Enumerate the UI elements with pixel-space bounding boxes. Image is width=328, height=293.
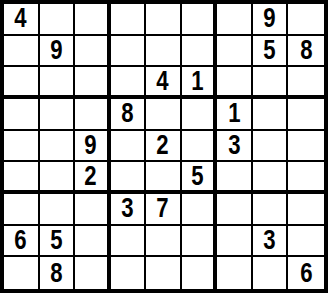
given-digit: 8 [300, 37, 312, 64]
cell-r6c8[interactable] [253, 162, 289, 194]
given-digit: 9 [85, 132, 97, 159]
given-digit: 3 [121, 195, 133, 222]
given-digit: 5 [191, 163, 203, 190]
cell-r6c2[interactable] [40, 162, 76, 194]
cell-r8c4[interactable] [111, 226, 147, 258]
cell-r3c6[interactable]: 1 [182, 67, 218, 99]
cell-r5c3[interactable]: 9 [75, 131, 111, 163]
given-digit: 3 [228, 132, 240, 159]
cell-r6c1[interactable] [4, 162, 40, 194]
cell-r4c3[interactable] [75, 99, 111, 131]
cell-r8c3[interactable] [75, 226, 111, 258]
given-digit: 4 [157, 68, 169, 95]
given-digit: 5 [263, 37, 275, 64]
cell-r6c9[interactable] [288, 162, 324, 194]
cell-r4c5[interactable] [146, 99, 182, 131]
given-digit: 6 [15, 227, 27, 254]
cell-r9c9[interactable]: 6 [288, 257, 324, 289]
given-digit: 6 [300, 260, 312, 287]
cell-r4c7[interactable]: 1 [217, 99, 253, 131]
given-digit: 7 [157, 195, 169, 222]
cell-r6c3[interactable]: 2 [75, 162, 111, 194]
cell-r6c7[interactable] [217, 162, 253, 194]
cell-r2c3[interactable] [75, 36, 111, 68]
cell-r1c4[interactable] [111, 4, 147, 36]
sudoku-board: 499584181923253765386 [0, 0, 328, 293]
cell-r5c9[interactable] [288, 131, 324, 163]
cell-r9c3[interactable] [75, 257, 111, 289]
cell-r5c5[interactable]: 2 [146, 131, 182, 163]
cell-r7c1[interactable] [4, 194, 40, 226]
cell-r3c5[interactable]: 4 [146, 67, 182, 99]
cell-r2c1[interactable] [4, 36, 40, 68]
cell-r2c6[interactable] [182, 36, 218, 68]
cell-r7c3[interactable] [75, 194, 111, 226]
cell-r1c5[interactable] [146, 4, 182, 36]
cell-r5c2[interactable] [40, 131, 76, 163]
cell-r1c7[interactable] [217, 4, 253, 36]
cell-r7c8[interactable] [253, 194, 289, 226]
given-digit: 8 [121, 100, 133, 127]
cell-r6c6[interactable]: 5 [182, 162, 218, 194]
cell-r8c7[interactable] [217, 226, 253, 258]
given-digit: 9 [263, 5, 275, 32]
cell-r5c8[interactable] [253, 131, 289, 163]
given-digit: 2 [157, 132, 169, 159]
given-digit: 8 [50, 260, 62, 287]
cell-r5c6[interactable] [182, 131, 218, 163]
cell-r5c7[interactable]: 3 [217, 131, 253, 163]
cell-r1c6[interactable] [182, 4, 218, 36]
cell-r4c8[interactable] [253, 99, 289, 131]
cell-r9c7[interactable] [217, 257, 253, 289]
cell-r9c1[interactable] [4, 257, 40, 289]
cell-r8c1[interactable]: 6 [4, 226, 40, 258]
cell-r3c1[interactable] [4, 67, 40, 99]
given-digit: 2 [85, 163, 97, 190]
cell-r3c2[interactable] [40, 67, 76, 99]
cell-r8c5[interactable] [146, 226, 182, 258]
cell-r9c6[interactable] [182, 257, 218, 289]
cell-r3c7[interactable] [217, 67, 253, 99]
cell-r8c8[interactable]: 3 [253, 226, 289, 258]
cell-r2c5[interactable] [146, 36, 182, 68]
cell-r3c4[interactable] [111, 67, 147, 99]
cell-r6c4[interactable] [111, 162, 147, 194]
cell-r7c2[interactable] [40, 194, 76, 226]
cell-r5c4[interactable] [111, 131, 147, 163]
cell-r2c9[interactable]: 8 [288, 36, 324, 68]
cell-r2c4[interactable] [111, 36, 147, 68]
cell-r4c4[interactable]: 8 [111, 99, 147, 131]
cell-r1c3[interactable] [75, 4, 111, 36]
cell-r3c3[interactable] [75, 67, 111, 99]
cell-r1c9[interactable] [288, 4, 324, 36]
given-digit: 3 [263, 227, 275, 254]
cell-r3c8[interactable] [253, 67, 289, 99]
cell-r2c2[interactable]: 9 [40, 36, 76, 68]
cell-r7c5[interactable]: 7 [146, 194, 182, 226]
cell-r9c2[interactable]: 8 [40, 257, 76, 289]
cell-r1c8[interactable]: 9 [253, 4, 289, 36]
cell-r9c8[interactable] [253, 257, 289, 289]
cell-r1c1[interactable]: 4 [4, 4, 40, 36]
cell-r3c9[interactable] [288, 67, 324, 99]
given-digit: 9 [50, 37, 62, 64]
cell-r2c7[interactable] [217, 36, 253, 68]
cell-r1c2[interactable] [40, 4, 76, 36]
given-digit: 4 [15, 5, 27, 32]
cell-r7c6[interactable] [182, 194, 218, 226]
cell-r8c6[interactable] [182, 226, 218, 258]
cell-r4c1[interactable] [4, 99, 40, 131]
cell-r5c1[interactable] [4, 131, 40, 163]
cell-r8c2[interactable]: 5 [40, 226, 76, 258]
cell-r2c8[interactable]: 5 [253, 36, 289, 68]
given-digit: 5 [50, 227, 62, 254]
cell-r4c2[interactable] [40, 99, 76, 131]
cell-r9c4[interactable] [111, 257, 147, 289]
cell-r7c9[interactable] [288, 194, 324, 226]
cell-r7c7[interactable] [217, 194, 253, 226]
cell-r9c5[interactable] [146, 257, 182, 289]
given-digit: 1 [228, 100, 240, 127]
cell-r4c9[interactable] [288, 99, 324, 131]
cell-r6c5[interactable] [146, 162, 182, 194]
cell-r4c6[interactable] [182, 99, 218, 131]
cell-r7c4[interactable]: 3 [111, 194, 147, 226]
given-digit: 1 [191, 68, 203, 95]
cell-r8c9[interactable] [288, 226, 324, 258]
